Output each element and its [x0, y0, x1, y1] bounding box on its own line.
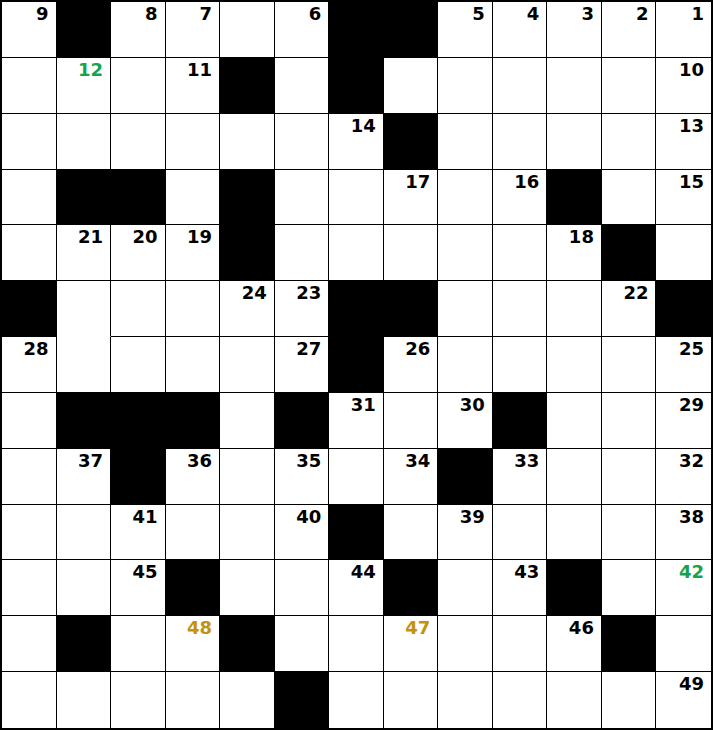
clue-number-3: 3: [581, 3, 594, 25]
cell-r2c12[interactable]: [602, 58, 657, 114]
block-cell-r8c3: [111, 393, 166, 449]
block-cell-r6c1: [2, 281, 57, 337]
cell-r2c6[interactable]: [275, 58, 330, 114]
clue-number-42: 42: [679, 561, 704, 583]
cell-r13c1[interactable]: [2, 672, 57, 728]
cell-r5c13[interactable]: [656, 225, 711, 281]
cell-r1c5[interactable]: [220, 2, 275, 58]
cell-r10c2[interactable]: [57, 505, 112, 561]
clue-number-40: 40: [296, 506, 321, 528]
clue-number-46: 46: [569, 617, 594, 639]
cell-r3c6[interactable]: [275, 114, 330, 170]
cell-r8c12[interactable]: [602, 393, 657, 449]
cell-r1c12[interactable]: 2: [602, 2, 657, 58]
clue-number-21: 21: [78, 226, 103, 248]
clue-number-19: 19: [187, 226, 212, 248]
cell-r9c1[interactable]: [2, 449, 57, 505]
cell-r6c12[interactable]: 22: [602, 281, 657, 337]
cell-r12c10[interactable]: [493, 616, 548, 672]
cell-r13c2[interactable]: [57, 672, 112, 728]
cell-r1c4[interactable]: 7: [166, 2, 221, 58]
block-cell-r4c3: [111, 170, 166, 226]
cell-r10c9[interactable]: 39: [438, 505, 493, 561]
cell-r9c5[interactable]: [220, 449, 275, 505]
block-cell-r6c13: [656, 281, 711, 337]
cell-r6c5[interactable]: 24: [220, 281, 275, 337]
block-cell-r7c7: [329, 337, 384, 393]
cell-r5c11[interactable]: 18: [547, 225, 602, 281]
cell-r7c8[interactable]: 26: [384, 337, 439, 393]
cell-r9c4[interactable]: 36: [166, 449, 221, 505]
cell-r5c7[interactable]: [329, 225, 384, 281]
cell-r3c12[interactable]: [602, 114, 657, 170]
clue-number-20: 20: [133, 226, 158, 248]
cell-r7c9[interactable]: [438, 337, 493, 393]
cell-r13c10[interactable]: [493, 672, 548, 728]
cell-r9c6[interactable]: 35: [275, 449, 330, 505]
cell-r1c9[interactable]: 5: [438, 2, 493, 58]
clue-number-37: 37: [78, 450, 103, 472]
cell-r7c4[interactable]: [166, 337, 221, 393]
cell-r11c12[interactable]: [602, 560, 657, 616]
cell-r13c8[interactable]: [384, 672, 439, 728]
clue-number-47: 47: [405, 617, 430, 639]
cell-r11c3[interactable]: 45: [111, 560, 166, 616]
clue-number-10: 10: [679, 59, 704, 81]
cell-r6c2[interactable]: [57, 281, 112, 337]
cell-r7c10[interactable]: [493, 337, 548, 393]
block-cell-r4c5: [220, 170, 275, 226]
cell-r6c10[interactable]: [493, 281, 548, 337]
clue-number-50: 50: [296, 673, 321, 695]
cell-r11c2[interactable]: [57, 560, 112, 616]
cell-r12c13[interactable]: [656, 616, 711, 672]
block-cell-r2c5: [220, 58, 275, 114]
block-cell-r9c3: [111, 449, 166, 505]
block-cell-r1c2: [57, 2, 112, 58]
cell-r12c1[interactable]: [2, 616, 57, 672]
cell-r5c6[interactable]: [275, 225, 330, 281]
clue-number-17: 17: [405, 171, 430, 193]
clue-number-18: 18: [569, 226, 594, 248]
clue-number-29: 29: [679, 394, 704, 416]
clue-number-39: 39: [460, 506, 485, 528]
cell-r2c4[interactable]: 11: [166, 58, 221, 114]
cell-r8c13[interactable]: 29: [656, 393, 711, 449]
clue-number-5: 5: [472, 3, 485, 25]
block-cell-r11c11: [547, 560, 602, 616]
cell-r8c9[interactable]: 30: [438, 393, 493, 449]
cell-r2c10[interactable]: [493, 58, 548, 114]
cell-r1c10[interactable]: 4: [493, 2, 548, 58]
cell-r10c6[interactable]: 40: [275, 505, 330, 561]
cell-r3c7[interactable]: 14: [329, 114, 384, 170]
block-cell-r8c4: [166, 393, 221, 449]
clue-number-7: 7: [200, 3, 213, 25]
cell-r10c13[interactable]: 38: [656, 505, 711, 561]
cell-r11c6[interactable]: [275, 560, 330, 616]
cell-r8c5[interactable]: [220, 393, 275, 449]
cell-r13c5[interactable]: [220, 672, 275, 728]
cell-r3c4[interactable]: [166, 114, 221, 170]
clue-number-15: 15: [679, 171, 704, 193]
clue-number-9: 9: [36, 3, 49, 25]
clue-number-32: 32: [679, 450, 704, 472]
block-cell-r1c7: [329, 2, 384, 58]
cell-r3c10[interactable]: [493, 114, 548, 170]
clue-number-16: 16: [514, 171, 539, 193]
cell-r9c13[interactable]: 32: [656, 449, 711, 505]
cell-r10c8[interactable]: [384, 505, 439, 561]
cell-r11c5[interactable]: [220, 560, 275, 616]
cell-r9c8[interactable]: 34: [384, 449, 439, 505]
cell-r10c11[interactable]: [547, 505, 602, 561]
clue-number-41: 41: [133, 506, 158, 528]
cell-r12c11[interactable]: 46: [547, 616, 602, 672]
block-cell-r4c11: [547, 170, 602, 226]
block-cell-r10c7: [329, 505, 384, 561]
cell-r5c3[interactable]: 20: [111, 225, 166, 281]
clue-number-33: 33: [514, 450, 539, 472]
block-cell-r5c12: [602, 225, 657, 281]
clue-number-13: 13: [679, 115, 704, 137]
block-cell-r13c6: 50: [275, 672, 330, 728]
block-cell-r8c2: [57, 393, 112, 449]
cell-r13c7[interactable]: [329, 672, 384, 728]
block-cell-r4c2: [57, 170, 112, 226]
cell-r9c2[interactable]: 37: [57, 449, 112, 505]
cell-r12c9[interactable]: [438, 616, 493, 672]
block-cell-r11c8: [384, 560, 439, 616]
block-cell-r5c5: [220, 225, 275, 281]
cell-r8c11[interactable]: [547, 393, 602, 449]
cell-r3c2[interactable]: [57, 114, 112, 170]
clue-number-49: 49: [679, 673, 704, 695]
crossword-grid: 9876543211211101413171615212019182423222…: [0, 0, 713, 730]
cell-r10c4[interactable]: [166, 505, 221, 561]
cell-r1c3[interactable]: 8: [111, 2, 166, 58]
cell-r12c7[interactable]: [329, 616, 384, 672]
cell-r2c9[interactable]: [438, 58, 493, 114]
clue-number-38: 38: [679, 506, 704, 528]
cell-r1c11[interactable]: 3: [547, 2, 602, 58]
cell-r5c4[interactable]: 19: [166, 225, 221, 281]
clue-number-12: 12: [78, 59, 103, 81]
cell-r2c11[interactable]: [547, 58, 602, 114]
clue-number-26: 26: [405, 338, 430, 360]
cell-r7c13[interactable]: 25: [656, 337, 711, 393]
block-cell-r3c8: [384, 114, 439, 170]
cell-r13c9[interactable]: [438, 672, 493, 728]
cell-r7c12[interactable]: [602, 337, 657, 393]
cell-r8c1[interactable]: [2, 393, 57, 449]
cell-r3c1[interactable]: [2, 114, 57, 170]
clue-number-14: 14: [351, 115, 376, 137]
cell-r13c4[interactable]: [166, 672, 221, 728]
clue-number-4: 4: [527, 3, 540, 25]
cell-r4c13[interactable]: 15: [656, 170, 711, 226]
block-cell-r12c12: [602, 616, 657, 672]
cell-r2c13[interactable]: 10: [656, 58, 711, 114]
cell-r8c8[interactable]: [384, 393, 439, 449]
cell-r5c2[interactable]: 21: [57, 225, 112, 281]
cell-r2c2[interactable]: 12: [57, 58, 112, 114]
cell-r3c13[interactable]: 13: [656, 114, 711, 170]
clue-number-45: 45: [133, 561, 158, 583]
cell-r7c6[interactable]: 27: [275, 337, 330, 393]
clue-number-11: 11: [187, 59, 212, 81]
cell-r4c12[interactable]: [602, 170, 657, 226]
cell-r9c11[interactable]: [547, 449, 602, 505]
cell-r9c12[interactable]: [602, 449, 657, 505]
block-cell-r2c7: [329, 58, 384, 114]
cell-r7c11[interactable]: [547, 337, 602, 393]
cell-r8c7[interactable]: 31: [329, 393, 384, 449]
cell-r12c8[interactable]: 47: [384, 616, 439, 672]
cell-r7c2[interactable]: [57, 337, 112, 393]
block-cell-r1c8: [384, 2, 439, 58]
cell-r7c1[interactable]: 28: [2, 337, 57, 393]
cell-r5c10[interactable]: [493, 225, 548, 281]
block-cell-r11c4: [166, 560, 221, 616]
clue-number-35: 35: [296, 450, 321, 472]
cell-r10c10[interactable]: [493, 505, 548, 561]
clue-number-2: 2: [636, 3, 649, 25]
cell-r10c3[interactable]: 41: [111, 505, 166, 561]
cell-r4c10[interactable]: 16: [493, 170, 548, 226]
cell-r4c9[interactable]: [438, 170, 493, 226]
block-cell-r12c2: [57, 616, 112, 672]
cell-r10c5[interactable]: [220, 505, 275, 561]
cell-r6c9[interactable]: [438, 281, 493, 337]
cell-r13c12[interactable]: [602, 672, 657, 728]
cell-r13c3[interactable]: [111, 672, 166, 728]
cell-r2c1[interactable]: [2, 58, 57, 114]
cell-r13c11[interactable]: [547, 672, 602, 728]
cell-r11c7[interactable]: 44: [329, 560, 384, 616]
cell-r9c7[interactable]: [329, 449, 384, 505]
clue-number-6: 6: [309, 3, 322, 25]
cell-r3c9[interactable]: [438, 114, 493, 170]
cell-r10c1[interactable]: [2, 505, 57, 561]
cell-r2c3[interactable]: [111, 58, 166, 114]
cell-r12c6[interactable]: [275, 616, 330, 672]
cell-r11c13[interactable]: 42: [656, 560, 711, 616]
cell-r9c10[interactable]: 33: [493, 449, 548, 505]
cell-r4c6[interactable]: [275, 170, 330, 226]
cell-r6c4[interactable]: [166, 281, 221, 337]
clue-number-48: 48: [187, 617, 212, 639]
cell-r1c13[interactable]: 1: [656, 2, 711, 58]
cell-r6c11[interactable]: [547, 281, 602, 337]
cell-r4c1[interactable]: [2, 170, 57, 226]
cell-r13c13[interactable]: 49: [656, 672, 711, 728]
cell-r7c3[interactable]: [111, 337, 166, 393]
clue-number-43: 43: [514, 561, 539, 583]
cell-r4c7[interactable]: [329, 170, 384, 226]
cell-r11c10[interactable]: 43: [493, 560, 548, 616]
block-cell-r6c7: [329, 281, 384, 337]
cell-r12c4[interactable]: 48: [166, 616, 221, 672]
cell-r3c11[interactable]: [547, 114, 602, 170]
cell-r6c3[interactable]: [111, 281, 166, 337]
clue-number-25: 25: [679, 338, 704, 360]
cell-r2c8[interactable]: [384, 58, 439, 114]
cell-r12c3[interactable]: [111, 616, 166, 672]
clue-number-24: 24: [242, 282, 267, 304]
clue-number-27: 27: [296, 338, 321, 360]
cell-r1c1[interactable]: 9: [2, 2, 57, 58]
cell-r3c5[interactable]: [220, 114, 275, 170]
clue-number-1: 1: [691, 3, 704, 25]
cell-r1c6[interactable]: 6: [275, 2, 330, 58]
cell-r3c3[interactable]: [111, 114, 166, 170]
cell-r6c6[interactable]: 23: [275, 281, 330, 337]
cell-r10c12[interactable]: [602, 505, 657, 561]
clue-number-30: 30: [460, 394, 485, 416]
clue-number-8: 8: [145, 3, 158, 25]
block-cell-r6c8: [384, 281, 439, 337]
block-cell-r8c10: [493, 393, 548, 449]
clue-number-28: 28: [23, 338, 48, 360]
clue-number-44: 44: [351, 561, 376, 583]
clue-number-34: 34: [405, 450, 430, 472]
clue-number-31: 31: [351, 394, 376, 416]
cell-r11c9[interactable]: [438, 560, 493, 616]
cell-r5c9[interactable]: [438, 225, 493, 281]
cell-r5c8[interactable]: [384, 225, 439, 281]
clue-number-36: 36: [187, 450, 212, 472]
clue-number-22: 22: [623, 282, 648, 304]
block-cell-r9c9: [438, 449, 493, 505]
cell-r4c4[interactable]: [166, 170, 221, 226]
clue-number-23: 23: [296, 282, 321, 304]
cell-r7c5[interactable]: [220, 337, 275, 393]
cell-r5c1[interactable]: [2, 225, 57, 281]
cell-r11c1[interactable]: [2, 560, 57, 616]
cell-r4c8[interactable]: 17: [384, 170, 439, 226]
block-cell-r12c5: [220, 616, 275, 672]
block-cell-r8c6: [275, 393, 330, 449]
